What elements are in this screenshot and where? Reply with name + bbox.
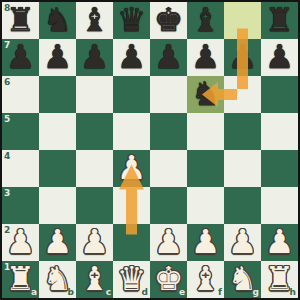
square-c4[interactable] — [76, 150, 113, 187]
square-b4[interactable] — [39, 150, 76, 187]
square-e4[interactable] — [150, 150, 187, 187]
white-pawn-d4[interactable]: ♟ — [113, 149, 150, 186]
white-rook-h1[interactable]: ♜ — [261, 260, 298, 297]
square-c8[interactable]: ♝ — [76, 2, 113, 39]
square-h3[interactable] — [261, 187, 298, 224]
rank-label-4: 4 — [4, 152, 10, 161]
white-pawn-g2[interactable]: ♟ — [224, 223, 261, 260]
square-c7[interactable]: ♟ — [76, 39, 113, 76]
square-h2[interactable]: ♟ — [261, 224, 298, 261]
white-bishop-f1[interactable]: ♝ — [187, 260, 224, 297]
black-pawn-g7[interactable]: ♟ — [224, 38, 261, 75]
square-d2[interactable] — [113, 224, 150, 261]
square-g4[interactable] — [224, 150, 261, 187]
square-a5[interactable]: 5 — [2, 113, 39, 150]
white-rook-a1[interactable]: ♜ — [2, 260, 39, 297]
square-b5[interactable] — [39, 113, 76, 150]
square-e6[interactable] — [150, 76, 187, 113]
square-g5[interactable] — [224, 113, 261, 150]
rank-label-3: 3 — [4, 189, 10, 198]
square-d5[interactable] — [113, 113, 150, 150]
black-queen-d8[interactable]: ♛ — [113, 1, 150, 38]
square-b6[interactable] — [39, 76, 76, 113]
square-g6[interactable] — [224, 76, 261, 113]
square-h5[interactable] — [261, 113, 298, 150]
white-knight-b1[interactable]: ♞ — [39, 260, 76, 297]
black-bishop-f8[interactable]: ♝ — [187, 1, 224, 38]
black-king-e8[interactable]: ♚ — [150, 1, 187, 38]
white-pawn-e2[interactable]: ♟ — [150, 223, 187, 260]
square-g1[interactable]: g♞ — [224, 261, 261, 298]
chess-board: 8♜♞♝♛♚♝♜7♟♟♟♟♟♟♟♟6♞54♟32♟♟♟♟♟♟♟1a♜b♞c♝d♛… — [0, 0, 300, 300]
white-pawn-f2[interactable]: ♟ — [187, 223, 224, 260]
square-a3[interactable]: 3 — [2, 187, 39, 224]
black-pawn-b7[interactable]: ♟ — [39, 38, 76, 75]
square-h6[interactable] — [261, 76, 298, 113]
square-d1[interactable]: d♛ — [113, 261, 150, 298]
black-knight-b8[interactable]: ♞ — [39, 1, 76, 38]
square-a7[interactable]: 7♟ — [2, 39, 39, 76]
square-e5[interactable] — [150, 113, 187, 150]
square-e7[interactable]: ♟ — [150, 39, 187, 76]
black-bishop-c8[interactable]: ♝ — [76, 1, 113, 38]
white-pawn-h2[interactable]: ♟ — [261, 223, 298, 260]
rank-label-5: 5 — [4, 115, 10, 124]
square-b7[interactable]: ♟ — [39, 39, 76, 76]
square-h7[interactable]: ♟ — [261, 39, 298, 76]
square-d6[interactable] — [113, 76, 150, 113]
square-d4[interactable]: ♟ — [113, 150, 150, 187]
square-e2[interactable]: ♟ — [150, 224, 187, 261]
square-f1[interactable]: f♝ — [187, 261, 224, 298]
square-h4[interactable] — [261, 150, 298, 187]
square-b2[interactable]: ♟ — [39, 224, 76, 261]
square-f5[interactable] — [187, 113, 224, 150]
black-rook-a8[interactable]: ♜ — [2, 1, 39, 38]
square-c3[interactable] — [76, 187, 113, 224]
white-pawn-c2[interactable]: ♟ — [76, 223, 113, 260]
square-a2[interactable]: 2♟ — [2, 224, 39, 261]
square-h1[interactable]: h♜ — [261, 261, 298, 298]
square-c1[interactable]: c♝ — [76, 261, 113, 298]
square-b8[interactable]: ♞ — [39, 2, 76, 39]
square-a8[interactable]: 8♜ — [2, 2, 39, 39]
white-king-e1[interactable]: ♚ — [150, 260, 187, 297]
square-c5[interactable] — [76, 113, 113, 150]
white-pawn-b2[interactable]: ♟ — [39, 223, 76, 260]
black-pawn-h7[interactable]: ♟ — [261, 38, 298, 75]
board-grid: 8♜♞♝♛♚♝♜7♟♟♟♟♟♟♟♟6♞54♟32♟♟♟♟♟♟♟1a♜b♞c♝d♛… — [2, 2, 298, 298]
square-e8[interactable]: ♚ — [150, 2, 187, 39]
square-h8[interactable]: ♜ — [261, 2, 298, 39]
white-knight-g1[interactable]: ♞ — [224, 260, 261, 297]
black-pawn-d7[interactable]: ♟ — [113, 38, 150, 75]
square-d7[interactable]: ♟ — [113, 39, 150, 76]
square-a1[interactable]: 1a♜ — [2, 261, 39, 298]
square-b3[interactable] — [39, 187, 76, 224]
black-rook-h8[interactable]: ♜ — [261, 1, 298, 38]
square-b1[interactable]: b♞ — [39, 261, 76, 298]
square-e1[interactable]: e♚ — [150, 261, 187, 298]
square-g7[interactable]: ♟ — [224, 39, 261, 76]
square-c6[interactable] — [76, 76, 113, 113]
square-g2[interactable]: ♟ — [224, 224, 261, 261]
black-pawn-a7[interactable]: ♟ — [2, 38, 39, 75]
square-e3[interactable] — [150, 187, 187, 224]
white-pawn-a2[interactable]: ♟ — [2, 223, 39, 260]
black-pawn-f7[interactable]: ♟ — [187, 38, 224, 75]
white-bishop-c1[interactable]: ♝ — [76, 260, 113, 297]
black-pawn-c7[interactable]: ♟ — [76, 38, 113, 75]
square-a6[interactable]: 6 — [2, 76, 39, 113]
square-a4[interactable]: 4 — [2, 150, 39, 187]
rank-label-6: 6 — [4, 78, 10, 87]
square-f4[interactable] — [187, 150, 224, 187]
black-pawn-e7[interactable]: ♟ — [150, 38, 187, 75]
white-queen-d1[interactable]: ♛ — [113, 260, 150, 297]
square-g8[interactable] — [224, 2, 261, 39]
square-f6[interactable]: ♞ — [187, 76, 224, 113]
square-f2[interactable]: ♟ — [187, 224, 224, 261]
square-f3[interactable] — [187, 187, 224, 224]
square-f7[interactable]: ♟ — [187, 39, 224, 76]
square-g3[interactable] — [224, 187, 261, 224]
black-knight-f6[interactable]: ♞ — [187, 75, 224, 112]
square-f8[interactable]: ♝ — [187, 2, 224, 39]
square-d8[interactable]: ♛ — [113, 2, 150, 39]
square-c2[interactable]: ♟ — [76, 224, 113, 261]
square-d3[interactable] — [113, 187, 150, 224]
